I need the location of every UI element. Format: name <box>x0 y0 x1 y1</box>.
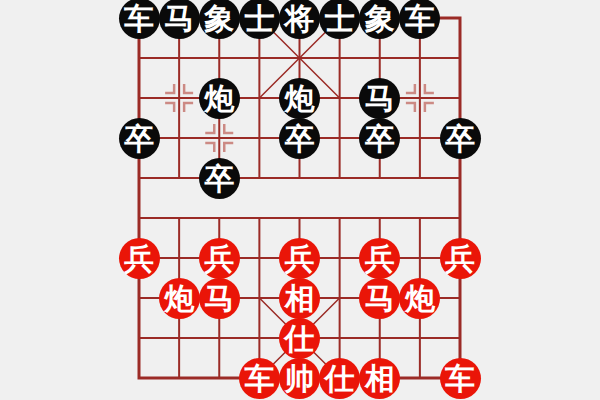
piece-black-soldier[interactable]: 卒 <box>279 118 320 159</box>
xiangqi-screen: 车马象士将士象车炮炮马卒卒卒卒卒兵兵兵兵兵炮马相马炮仕车帅仕相车 <box>0 0 600 400</box>
piece-black-cannon[interactable]: 炮 <box>279 78 320 119</box>
piece-black-general[interactable]: 将 <box>279 0 320 39</box>
piece-red-elephant[interactable]: 相 <box>279 278 320 319</box>
piece-red-soldier[interactable]: 兵 <box>440 238 481 279</box>
piece-red-cannon[interactable]: 炮 <box>399 278 440 319</box>
piece-red-horse[interactable]: 马 <box>199 278 240 319</box>
piece-black-cannon[interactable]: 炮 <box>199 78 240 119</box>
piece-red-elephant[interactable]: 相 <box>359 358 400 399</box>
piece-black-elephant[interactable]: 象 <box>359 0 400 39</box>
piece-red-general[interactable]: 帅 <box>279 358 320 399</box>
piece-red-advisor[interactable]: 仕 <box>319 358 360 399</box>
piece-red-chariot[interactable]: 车 <box>239 358 280 399</box>
piece-black-advisor[interactable]: 士 <box>239 0 280 39</box>
piece-black-chariot[interactable]: 车 <box>119 0 160 39</box>
piece-red-soldier[interactable]: 兵 <box>119 238 160 279</box>
piece-black-soldier[interactable]: 卒 <box>440 118 481 159</box>
piece-red-soldier[interactable]: 兵 <box>279 238 320 279</box>
piece-black-soldier[interactable]: 卒 <box>119 118 160 159</box>
piece-black-horse[interactable]: 马 <box>159 0 200 39</box>
piece-red-chariot[interactable]: 车 <box>440 358 481 399</box>
piece-black-advisor[interactable]: 士 <box>319 0 360 39</box>
piece-red-advisor[interactable]: 仕 <box>279 318 320 359</box>
piece-red-soldier[interactable]: 兵 <box>199 238 240 279</box>
piece-black-soldier[interactable]: 卒 <box>199 158 240 199</box>
piece-black-soldier[interactable]: 卒 <box>359 118 400 159</box>
piece-black-elephant[interactable]: 象 <box>199 0 240 39</box>
piece-black-horse[interactable]: 马 <box>359 78 400 119</box>
piece-red-soldier[interactable]: 兵 <box>359 238 400 279</box>
piece-red-horse[interactable]: 马 <box>359 278 400 319</box>
piece-black-chariot[interactable]: 车 <box>399 0 440 39</box>
piece-red-cannon[interactable]: 炮 <box>159 278 200 319</box>
